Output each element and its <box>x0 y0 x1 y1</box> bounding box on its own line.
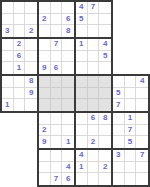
cell-r14c11[interactable] <box>125 162 137 174</box>
cell-r11c9[interactable] <box>99 125 111 137</box>
cell-r9c4[interactable] <box>39 99 51 111</box>
cell-r3c6-given: 8 <box>62 25 74 37</box>
cell-r10c7[interactable] <box>76 113 88 125</box>
cell-r8c2[interactable] <box>14 88 26 100</box>
cell-r9c3[interactable] <box>25 99 37 111</box>
cell-r3c3-given: 2 <box>25 25 37 37</box>
cell-r14c4[interactable] <box>39 162 51 174</box>
cell-r1c9[interactable] <box>99 2 111 14</box>
cell-r15c4[interactable] <box>39 173 51 185</box>
cell-r7c11[interactable] <box>125 76 137 88</box>
cell-r10c11-given: 1 <box>125 113 137 125</box>
cell-r5c5[interactable] <box>51 51 63 63</box>
cell-r9c11[interactable] <box>125 99 137 111</box>
cell-r9c7[interactable] <box>76 99 88 111</box>
cell-r12c11-given: 5 <box>125 136 137 148</box>
cell-r2c1[interactable] <box>2 14 14 26</box>
cell-r13c11[interactable] <box>125 150 137 162</box>
sudoku-box-r0c0: 32 <box>0 0 39 39</box>
sudoku-box-r2c3: 457 <box>111 74 150 113</box>
cell-r12c5[interactable] <box>51 136 63 148</box>
cell-r10c6[interactable] <box>62 113 74 125</box>
cell-r4c5-given: 7 <box>51 39 63 51</box>
cell-r13c10-given: 3 <box>113 150 125 162</box>
cell-r5c3[interactable] <box>25 51 37 63</box>
cell-r12c12[interactable] <box>136 136 148 148</box>
cell-r14c10[interactable] <box>113 162 125 174</box>
cell-r6c5-given: 6 <box>51 62 63 74</box>
cell-r14c5[interactable] <box>51 162 63 174</box>
cell-r9c8[interactable] <box>88 99 100 111</box>
cell-r13c8[interactable] <box>88 150 100 162</box>
cell-r3c1-given: 3 <box>2 25 14 37</box>
overlap-box-r2c1 <box>37 74 76 113</box>
cell-r11c8[interactable] <box>88 125 100 137</box>
cell-r11c6[interactable] <box>62 125 74 137</box>
cell-r5c4[interactable] <box>39 51 51 63</box>
cell-r11c7[interactable] <box>76 125 88 137</box>
cell-r6c8[interactable] <box>88 62 100 74</box>
cell-r7c7[interactable] <box>76 76 88 88</box>
cell-r10c12[interactable] <box>136 113 148 125</box>
cell-r5c6[interactable] <box>62 51 74 63</box>
cell-r2c8[interactable] <box>88 14 100 26</box>
cell-r9c12[interactable] <box>136 99 148 111</box>
cell-r7c10[interactable] <box>113 76 125 88</box>
cell-r4c7-given: 1 <box>76 39 88 51</box>
cell-r13c5[interactable] <box>51 150 63 162</box>
cell-r3c8[interactable] <box>88 25 100 37</box>
cell-r4c2-given: 2 <box>14 39 26 51</box>
cell-r12c10[interactable] <box>113 136 125 148</box>
cell-r4c4[interactable] <box>39 39 51 51</box>
cell-r4c1[interactable] <box>2 39 14 51</box>
cell-r9c10-given: 7 <box>113 99 125 111</box>
cell-r1c4[interactable] <box>39 2 51 14</box>
cell-r1c3[interactable] <box>25 2 37 14</box>
cell-r9c2[interactable] <box>14 99 26 111</box>
cell-r5c7[interactable] <box>76 51 88 63</box>
cell-r7c6[interactable] <box>62 76 74 88</box>
cell-r13c9[interactable] <box>99 150 111 162</box>
cell-r2c7-given: 5 <box>76 14 88 26</box>
cell-r13c6[interactable] <box>62 150 74 162</box>
cell-r3c5[interactable] <box>51 25 63 37</box>
cell-r14c8[interactable] <box>88 162 100 174</box>
cell-r6c9[interactable] <box>99 62 111 74</box>
cell-r12c4-given: 9 <box>39 136 51 148</box>
cell-r14c7-given: 1 <box>76 162 88 174</box>
cell-r2c3[interactable] <box>25 14 37 26</box>
cell-r10c9-given: 8 <box>99 113 111 125</box>
cell-r8c7[interactable] <box>76 88 88 100</box>
cell-r8c9[interactable] <box>99 88 111 100</box>
cell-r8c11[interactable] <box>125 88 137 100</box>
cell-r9c6[interactable] <box>62 99 74 111</box>
cell-r8c6[interactable] <box>62 88 74 100</box>
cell-r3c4[interactable] <box>39 25 51 37</box>
sudoku-box-r3c1: 291 <box>37 111 76 150</box>
cell-r11c11-given: 7 <box>125 125 137 137</box>
cell-r2c9[interactable] <box>99 14 111 26</box>
cell-r6c2-given: 1 <box>14 62 26 74</box>
cell-r11c12[interactable] <box>136 125 148 137</box>
cell-r5c9-given: 5 <box>99 51 111 63</box>
cell-r10c8-given: 6 <box>88 113 100 125</box>
cell-r10c4[interactable] <box>39 113 51 125</box>
cell-r11c4-given: 2 <box>39 125 51 137</box>
cell-r5c2-given: 6 <box>14 51 26 63</box>
cell-r2c5[interactable] <box>51 14 63 26</box>
cell-r1c7-given: 4 <box>76 2 88 14</box>
cell-r7c4[interactable] <box>39 76 51 88</box>
cell-r15c5-given: 7 <box>51 173 63 185</box>
sudoku-box-r3c3: 175 <box>111 111 150 150</box>
cell-r3c2[interactable] <box>14 25 26 37</box>
cell-r10c10[interactable] <box>113 113 125 125</box>
cell-r7c8[interactable] <box>88 76 100 88</box>
sudoku-box-r4c1: 476 <box>37 148 76 187</box>
cell-r8c1[interactable] <box>2 88 14 100</box>
cell-r8c3-given: 9 <box>25 88 37 100</box>
sudoku-box-r1c2: 145 <box>74 37 113 76</box>
cell-r7c3-given: 8 <box>25 76 37 88</box>
cell-r7c5[interactable] <box>51 76 63 88</box>
cell-r2c6-given: 6 <box>62 14 74 26</box>
cell-r1c8-given: 7 <box>88 2 100 14</box>
cell-r1c2[interactable] <box>14 2 26 14</box>
cell-r2c2[interactable] <box>14 14 26 26</box>
cell-r1c6[interactable] <box>62 2 74 14</box>
sudoku-box-r3c2: 682 <box>74 111 113 150</box>
cell-r13c4[interactable] <box>39 150 51 162</box>
cell-r7c1[interactable] <box>2 76 14 88</box>
cell-r15c7[interactable] <box>76 173 88 185</box>
sudoku-box-r1c1: 796 <box>37 37 76 76</box>
cell-r15c9[interactable] <box>99 173 111 185</box>
cell-r8c4[interactable] <box>39 88 51 100</box>
cell-r13c7-given: 4 <box>76 150 88 162</box>
cell-r11c10[interactable] <box>113 125 125 137</box>
sudoku-box-r1c0: 261 <box>0 37 39 76</box>
sudoku-box-r0c2: 475 <box>74 0 113 39</box>
cell-r7c9[interactable] <box>99 76 111 88</box>
sudoku-box-r0c1: 268 <box>37 0 76 39</box>
cell-r8c12[interactable] <box>136 88 148 100</box>
cell-r12c6-given: 1 <box>62 136 74 148</box>
cell-r5c1[interactable] <box>2 51 14 63</box>
cell-r15c11[interactable] <box>125 173 137 185</box>
twodoku-board: 3226847526179614589145729168217547641237 <box>0 0 150 187</box>
cell-r14c6-given: 4 <box>62 162 74 174</box>
cell-r3c7[interactable] <box>76 25 88 37</box>
cell-r12c9[interactable] <box>99 136 111 148</box>
cell-r12c7[interactable] <box>76 136 88 148</box>
cell-r12c8-given: 2 <box>88 136 100 148</box>
cell-r10c5[interactable] <box>51 113 63 125</box>
cell-r15c10[interactable] <box>113 173 125 185</box>
cell-r4c9-given: 4 <box>99 39 111 51</box>
overlap-box-r2c2 <box>74 74 113 113</box>
cell-r5c8[interactable] <box>88 51 100 63</box>
cell-r8c8[interactable] <box>88 88 100 100</box>
cell-r6c3[interactable] <box>25 62 37 74</box>
cell-r9c1-given: 1 <box>2 99 14 111</box>
cell-r8c10-given: 5 <box>113 88 125 100</box>
cell-r6c4-given: 9 <box>39 62 51 74</box>
cell-r1c1[interactable] <box>2 2 14 14</box>
cell-r6c6[interactable] <box>62 62 74 74</box>
cell-r6c7[interactable] <box>76 62 88 74</box>
cell-r4c8[interactable] <box>88 39 100 51</box>
sudoku-box-r4c2: 412 <box>74 148 113 187</box>
cell-r8c5[interactable] <box>51 88 63 100</box>
cell-r13c12-given: 7 <box>136 150 148 162</box>
cell-r4c3[interactable] <box>25 39 37 51</box>
sudoku-box-r2c0: 891 <box>0 74 39 113</box>
cell-r9c5[interactable] <box>51 99 63 111</box>
cell-r15c12[interactable] <box>136 173 148 185</box>
cell-r15c6-given: 6 <box>62 173 74 185</box>
sudoku-box-r4c3: 37 <box>111 148 150 187</box>
cell-r1c5[interactable] <box>51 2 63 14</box>
cell-r7c12-given: 4 <box>136 76 148 88</box>
cell-r2c4-given: 2 <box>39 14 51 26</box>
cell-r14c9-given: 2 <box>99 162 111 174</box>
cell-r11c5[interactable] <box>51 125 63 137</box>
cell-r3c9[interactable] <box>99 25 111 37</box>
cell-r9c9[interactable] <box>99 99 111 111</box>
cell-r14c12[interactable] <box>136 162 148 174</box>
cell-r15c8[interactable] <box>88 173 100 185</box>
cell-r6c1[interactable] <box>2 62 14 74</box>
cell-r7c2[interactable] <box>14 76 26 88</box>
cell-r4c6[interactable] <box>62 39 74 51</box>
